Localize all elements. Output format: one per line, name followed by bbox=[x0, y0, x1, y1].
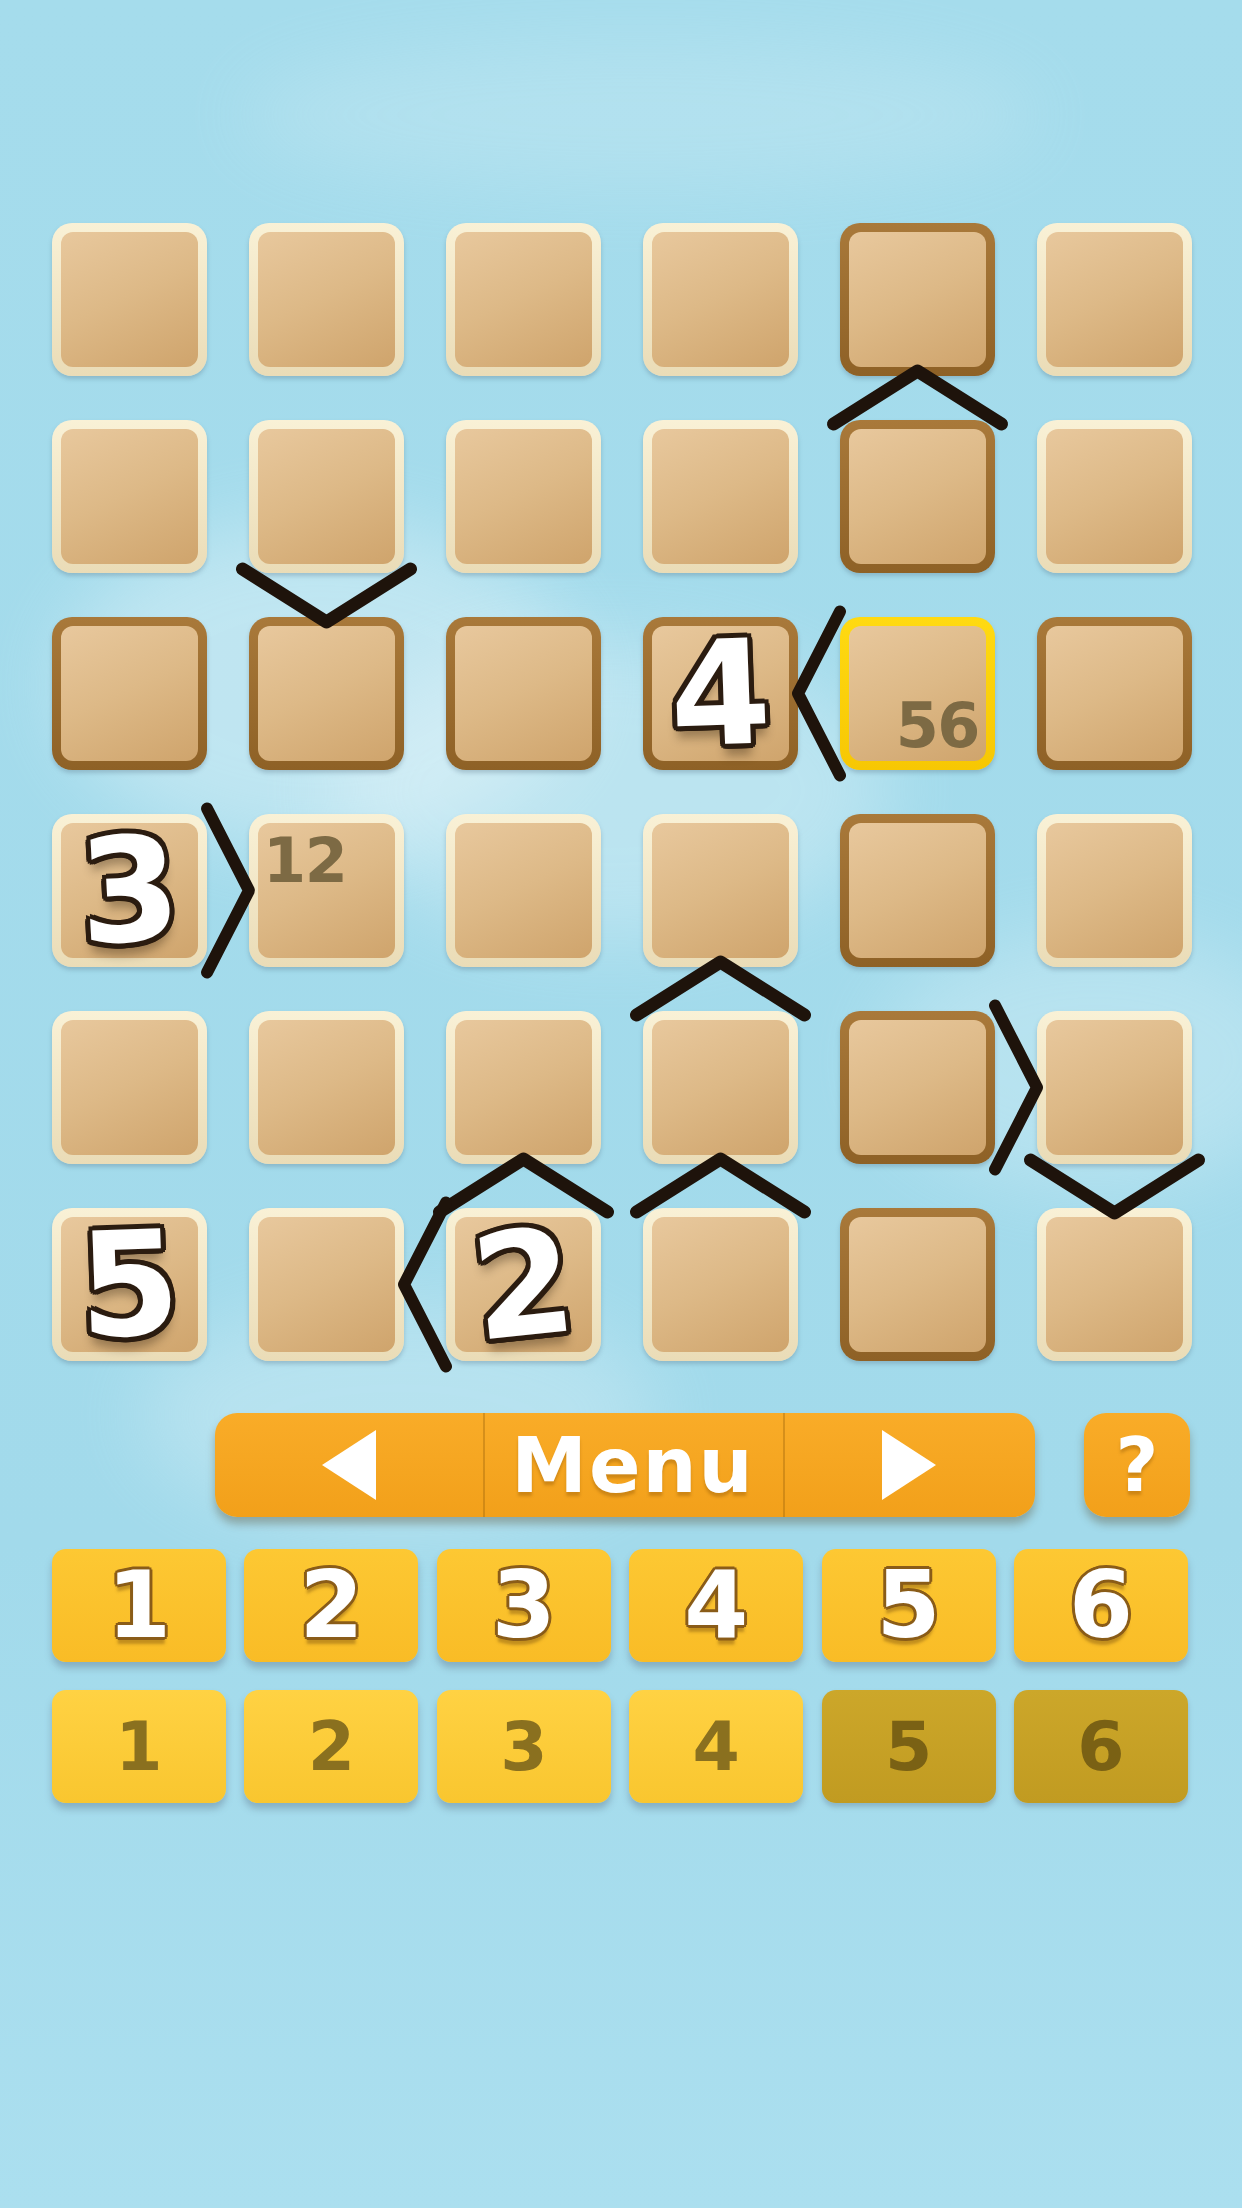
cell-fill bbox=[61, 232, 198, 367]
inequality-r6c2<r6c3 bbox=[404, 1203, 446, 1367]
cell-fill bbox=[258, 429, 395, 564]
cell-fill bbox=[849, 1217, 986, 1352]
cell-r2c1[interactable] bbox=[52, 420, 207, 573]
cell-r3c6[interactable] bbox=[1037, 617, 1192, 770]
inequality-r1c5<r2c5 bbox=[834, 371, 1002, 424]
number-key-digit: 4 bbox=[684, 1560, 748, 1652]
pencil-digit: 5 bbox=[897, 696, 938, 755]
cell-r6c4[interactable] bbox=[643, 1208, 798, 1361]
cell-fill bbox=[258, 1217, 395, 1352]
cell-r1c1[interactable] bbox=[52, 223, 207, 376]
inequality-r6c6<r5c6 bbox=[1031, 1160, 1199, 1213]
cell-r3c3[interactable] bbox=[446, 617, 601, 770]
cell-r4c5[interactable] bbox=[840, 814, 995, 967]
cell-r5c5[interactable] bbox=[840, 1011, 995, 1164]
pencil-key-digit: 6 bbox=[1077, 1713, 1124, 1781]
cell-r4c6[interactable] bbox=[1037, 814, 1192, 967]
menu-bar: Menu bbox=[215, 1413, 1035, 1517]
left-triangle-icon bbox=[322, 1430, 376, 1500]
number-key-digit: 1 bbox=[107, 1560, 171, 1652]
cell-fill: 56 bbox=[849, 626, 986, 761]
inequality-r5c4<r6c4 bbox=[637, 1159, 805, 1212]
menu-button[interactable]: Menu bbox=[483, 1413, 783, 1517]
cell-r1c2[interactable] bbox=[249, 223, 404, 376]
given-digit: 4 bbox=[650, 624, 792, 764]
pencil-key-4[interactable]: 4 bbox=[629, 1690, 803, 1803]
inequality-r5c6<r5c5 bbox=[995, 1006, 1037, 1170]
cell-fill bbox=[652, 823, 789, 958]
cell-fill bbox=[1046, 232, 1183, 367]
cell-fill bbox=[258, 1020, 395, 1155]
cell-r4c1[interactable]: 3 bbox=[52, 814, 207, 967]
cell-fill bbox=[61, 1020, 198, 1155]
number-key-digit: 2 bbox=[299, 1560, 363, 1652]
pencil-key-digit: 4 bbox=[693, 1713, 740, 1781]
cell-fill bbox=[258, 232, 395, 367]
cell-fill: 5 bbox=[61, 1217, 198, 1352]
number-key-6[interactable]: 6 bbox=[1014, 1549, 1188, 1662]
cell-fill bbox=[849, 1020, 986, 1155]
next-button[interactable] bbox=[783, 1413, 1035, 1517]
cell-r4c3[interactable] bbox=[446, 814, 601, 967]
number-key-3[interactable]: 3 bbox=[437, 1549, 611, 1662]
cell-r5c2[interactable] bbox=[249, 1011, 404, 1164]
cell-r2c6[interactable] bbox=[1037, 420, 1192, 573]
number-key-digit: 6 bbox=[1069, 1560, 1133, 1652]
cell-fill bbox=[1046, 823, 1183, 958]
cell-fill bbox=[1046, 1217, 1183, 1352]
cell-r6c3[interactable]: 2 bbox=[446, 1208, 601, 1361]
cell-fill bbox=[258, 626, 395, 761]
cell-r5c3[interactable] bbox=[446, 1011, 601, 1164]
cell-fill bbox=[849, 429, 986, 564]
pencil-digit: 1 bbox=[264, 831, 305, 890]
cell-fill bbox=[1046, 429, 1183, 564]
number-key-5[interactable]: 5 bbox=[822, 1549, 996, 1662]
inequality-r3c4<r3c5 bbox=[798, 612, 840, 776]
cell-fill bbox=[1046, 626, 1183, 761]
number-key-4[interactable]: 4 bbox=[629, 1549, 803, 1662]
help-label: ? bbox=[1116, 1422, 1159, 1508]
cell-r3c5[interactable]: 56 bbox=[840, 617, 995, 770]
cell-r1c5[interactable] bbox=[840, 223, 995, 376]
cell-r6c5[interactable] bbox=[840, 1208, 995, 1361]
cell-r1c6[interactable] bbox=[1037, 223, 1192, 376]
cell-fill bbox=[652, 232, 789, 367]
cell-fill bbox=[61, 429, 198, 564]
cell-r5c1[interactable] bbox=[52, 1011, 207, 1164]
inequality-r3c2<r2c2 bbox=[243, 569, 411, 622]
pencil-key-6-pressed[interactable]: 6 bbox=[1014, 1690, 1188, 1803]
cell-fill bbox=[1046, 1020, 1183, 1155]
number-key-2[interactable]: 2 bbox=[244, 1549, 418, 1662]
cell-r3c2[interactable] bbox=[249, 617, 404, 770]
cell-r2c5[interactable] bbox=[840, 420, 995, 573]
number-key-digit: 5 bbox=[877, 1560, 941, 1652]
cell-fill bbox=[455, 1020, 592, 1155]
cell-fill bbox=[455, 823, 592, 958]
cell-fill bbox=[652, 429, 789, 564]
pencil-key-digit: 1 bbox=[115, 1713, 162, 1781]
cell-r5c4[interactable] bbox=[643, 1011, 798, 1164]
help-button[interactable]: ? bbox=[1084, 1413, 1190, 1517]
cloud-shape bbox=[330, 640, 890, 940]
cell-r2c3[interactable] bbox=[446, 420, 601, 573]
cloud-shape bbox=[240, 40, 1040, 190]
cell-r1c3[interactable] bbox=[446, 223, 601, 376]
cell-fill bbox=[455, 429, 592, 564]
pencil-key-2[interactable]: 2 bbox=[244, 1690, 418, 1803]
cell-r3c4[interactable]: 4 bbox=[643, 617, 798, 770]
prev-button[interactable] bbox=[215, 1413, 483, 1517]
number-key-digit: 3 bbox=[492, 1560, 556, 1652]
pencil-marks: 56 bbox=[855, 632, 980, 755]
pencil-key-digit: 5 bbox=[885, 1713, 932, 1781]
cell-r4c4[interactable] bbox=[643, 814, 798, 967]
cell-r5c6[interactable] bbox=[1037, 1011, 1192, 1164]
cell-r4c2[interactable]: 12 bbox=[249, 814, 404, 967]
cell-r2c4[interactable] bbox=[643, 420, 798, 573]
cell-r6c2[interactable] bbox=[249, 1208, 404, 1361]
inequality-r4c2<r4c1 bbox=[207, 809, 249, 973]
cell-r6c1[interactable]: 5 bbox=[52, 1208, 207, 1361]
cell-fill: 12 bbox=[258, 823, 395, 958]
cell-r6c6[interactable] bbox=[1037, 1208, 1192, 1361]
given-digit: 5 bbox=[59, 1215, 201, 1355]
given-digit: 2 bbox=[448, 1210, 598, 1359]
cell-r2c2[interactable] bbox=[249, 420, 404, 573]
pencil-key-digit: 3 bbox=[500, 1713, 547, 1781]
pencil-digit: 6 bbox=[938, 696, 979, 755]
pencil-marks: 12 bbox=[264, 829, 389, 952]
menu-label: Menu bbox=[511, 1421, 754, 1510]
cell-fill bbox=[61, 626, 198, 761]
number-key-1[interactable]: 1 bbox=[52, 1549, 226, 1662]
pencil-key-3[interactable]: 3 bbox=[437, 1690, 611, 1803]
futoshiki-app: 45631252 Menu ? 123456 123456 bbox=[0, 0, 1242, 2208]
cell-fill: 4 bbox=[652, 626, 789, 761]
pencil-key-1[interactable]: 1 bbox=[52, 1690, 226, 1803]
inequality-r4c4<r5c4 bbox=[637, 962, 805, 1015]
cell-fill bbox=[849, 232, 986, 367]
right-triangle-icon bbox=[882, 1430, 936, 1500]
given-digit: 3 bbox=[58, 820, 202, 962]
pencil-key-5-pressed[interactable]: 5 bbox=[822, 1690, 996, 1803]
cell-fill bbox=[455, 626, 592, 761]
cell-r1c4[interactable] bbox=[643, 223, 798, 376]
cell-fill bbox=[455, 232, 592, 367]
cell-fill: 2 bbox=[455, 1217, 592, 1352]
pencil-key-digit: 2 bbox=[308, 1713, 355, 1781]
cell-r3c1[interactable] bbox=[52, 617, 207, 770]
cell-fill: 3 bbox=[61, 823, 198, 958]
cell-fill bbox=[849, 823, 986, 958]
cell-fill bbox=[652, 1217, 789, 1352]
pencil-digit: 2 bbox=[306, 831, 347, 890]
cell-fill bbox=[652, 1020, 789, 1155]
